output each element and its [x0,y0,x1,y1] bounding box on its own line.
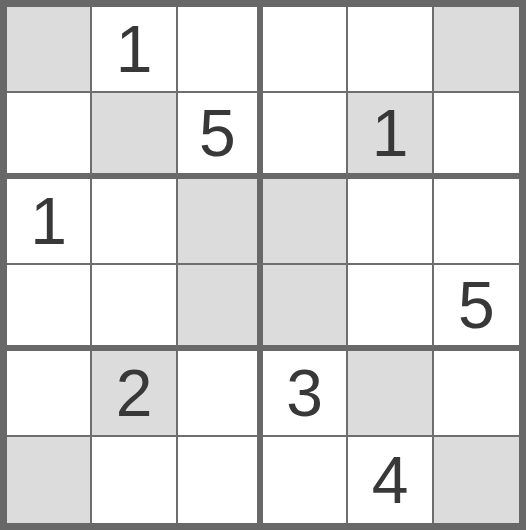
given-digit: 1 [372,100,409,166]
given-digit: 5 [458,272,495,338]
cell-r1c6[interactable] [434,7,519,93]
cell-r6c5[interactable]: 4 [348,437,433,523]
cell-r5c3[interactable] [178,351,263,437]
cell-r5c4[interactable]: 3 [263,351,348,437]
cell-r3c5[interactable] [348,179,433,265]
cell-r6c4[interactable] [263,437,348,523]
cell-r5c2[interactable]: 2 [92,351,177,437]
cell-r4c2[interactable] [92,265,177,351]
cell-r6c2[interactable] [92,437,177,523]
given-digit: 1 [116,16,153,82]
given-digit: 2 [116,360,153,426]
cell-r1c5[interactable] [348,7,433,93]
given-digit: 4 [372,447,409,513]
cell-r6c3[interactable] [178,437,263,523]
given-digit: 3 [286,360,323,426]
cell-r2c5[interactable]: 1 [348,93,433,179]
cell-r4c1[interactable] [7,265,92,351]
cell-r1c3[interactable] [178,7,263,93]
given-digit: 1 [30,188,67,254]
cell-r4c5[interactable] [348,265,433,351]
cell-r3c3[interactable] [178,179,263,265]
cell-r6c6[interactable] [434,437,519,523]
cell-r2c1[interactable] [7,93,92,179]
cell-r1c1[interactable] [7,7,92,93]
cell-r3c6[interactable] [434,179,519,265]
cell-r2c6[interactable] [434,93,519,179]
cell-r4c3[interactable] [178,265,263,351]
sudoku-board: 15115234 [0,0,526,530]
cell-r5c5[interactable] [348,351,433,437]
cell-r2c4[interactable] [263,93,348,179]
cell-r6c1[interactable] [7,437,92,523]
cell-r3c4[interactable] [263,179,348,265]
cell-r3c2[interactable] [92,179,177,265]
cell-r1c4[interactable] [263,7,348,93]
cell-r4c6[interactable]: 5 [434,265,519,351]
cell-r5c1[interactable] [7,351,92,437]
given-digit: 5 [199,100,236,166]
cell-r4c4[interactable] [263,265,348,351]
cell-r3c1[interactable]: 1 [7,179,92,265]
cell-r2c2[interactable] [92,93,177,179]
cell-r5c6[interactable] [434,351,519,437]
cell-r1c2[interactable]: 1 [92,7,177,93]
cell-r2c3[interactable]: 5 [178,93,263,179]
